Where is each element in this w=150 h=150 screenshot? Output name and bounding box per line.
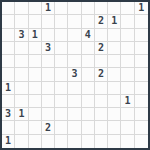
cell-r2c7[interactable] xyxy=(95,29,108,42)
clue-cell-r3c7: 2 xyxy=(95,42,108,55)
cell-r6c10[interactable] xyxy=(135,82,148,95)
cell-r8c2[interactable] xyxy=(29,108,42,121)
cell-r7c10[interactable] xyxy=(135,95,148,108)
cell-r4c1[interactable] xyxy=(15,55,28,68)
cell-r9c10[interactable] xyxy=(135,121,148,134)
cell-r4c3[interactable] xyxy=(42,55,55,68)
clue-cell-r3c3: 3 xyxy=(42,42,55,55)
cell-r3c9[interactable] xyxy=(121,42,134,55)
cell-r5c0[interactable] xyxy=(2,68,15,81)
cell-r6c1[interactable] xyxy=(15,82,28,95)
cell-r0c2[interactable] xyxy=(29,2,42,15)
cell-r4c5[interactable] xyxy=(68,55,81,68)
cell-r9c7[interactable] xyxy=(95,121,108,134)
cell-r0c9[interactable] xyxy=(121,2,134,15)
clue-cell-r1c7: 2 xyxy=(95,15,108,28)
cell-r7c6[interactable] xyxy=(82,95,95,108)
cell-r10c1[interactable] xyxy=(15,135,28,148)
cell-r5c1[interactable] xyxy=(15,68,28,81)
cell-r5c9[interactable] xyxy=(121,68,134,81)
clue-cell-r0c3: 1 xyxy=(42,2,55,15)
cell-r10c2[interactable] xyxy=(29,135,42,148)
cell-r1c9[interactable] xyxy=(121,15,134,28)
cell-r9c1[interactable] xyxy=(15,121,28,134)
clue-cell-r2c2: 1 xyxy=(29,29,42,42)
cell-r7c1[interactable] xyxy=(15,95,28,108)
clue-cell-r1c8: 1 xyxy=(108,15,121,28)
cell-r10c3[interactable] xyxy=(42,135,55,148)
puzzle-board: 11213143232113121 xyxy=(0,0,150,150)
cell-r1c6[interactable] xyxy=(82,15,95,28)
cell-r1c4[interactable] xyxy=(55,15,68,28)
cell-r7c3[interactable] xyxy=(42,95,55,108)
cell-r9c2[interactable] xyxy=(29,121,42,134)
cell-r3c0[interactable] xyxy=(2,42,15,55)
clue-cell-r5c7: 2 xyxy=(95,68,108,81)
cell-r5c3[interactable] xyxy=(42,68,55,81)
cell-r6c9[interactable] xyxy=(121,82,134,95)
cell-r3c1[interactable] xyxy=(15,42,28,55)
cell-r10c4[interactable] xyxy=(55,135,68,148)
cell-r0c7[interactable] xyxy=(95,2,108,15)
cell-r3c6[interactable] xyxy=(82,42,95,55)
cell-r8c3[interactable] xyxy=(42,108,55,121)
cell-r3c5[interactable] xyxy=(68,42,81,55)
clue-cell-r0c10: 1 xyxy=(135,2,148,15)
cell-r4c7[interactable] xyxy=(95,55,108,68)
cell-r7c7[interactable] xyxy=(95,95,108,108)
clue-cell-r7c9: 1 xyxy=(121,95,134,108)
cell-r3c2[interactable] xyxy=(29,42,42,55)
cell-r1c2[interactable] xyxy=(29,15,42,28)
cell-r6c8[interactable] xyxy=(108,82,121,95)
cell-r6c5[interactable] xyxy=(68,82,81,95)
cell-r2c8[interactable] xyxy=(108,29,121,42)
cell-r6c6[interactable] xyxy=(82,82,95,95)
cell-r6c3[interactable] xyxy=(42,82,55,95)
cell-r10c8[interactable] xyxy=(108,135,121,148)
cell-r9c5[interactable] xyxy=(68,121,81,134)
cell-r10c5[interactable] xyxy=(68,135,81,148)
cell-r7c2[interactable] xyxy=(29,95,42,108)
cell-r7c4[interactable] xyxy=(55,95,68,108)
cell-r2c3[interactable] xyxy=(42,29,55,42)
cell-r1c10[interactable] xyxy=(135,15,148,28)
cell-r1c1[interactable] xyxy=(15,15,28,28)
cell-r7c8[interactable] xyxy=(108,95,121,108)
cell-r9c4[interactable] xyxy=(55,121,68,134)
cell-r0c6[interactable] xyxy=(82,2,95,15)
clue-cell-r8c0: 3 xyxy=(2,108,15,121)
cell-r8c8[interactable] xyxy=(108,108,121,121)
clue-cell-r6c0: 1 xyxy=(2,82,15,95)
cell-r9c9[interactable] xyxy=(121,121,134,134)
cell-r10c9[interactable] xyxy=(121,135,134,148)
cell-r8c7[interactable] xyxy=(95,108,108,121)
cell-r0c4[interactable] xyxy=(55,2,68,15)
cell-r2c5[interactable] xyxy=(68,29,81,42)
cell-r8c9[interactable] xyxy=(121,108,134,121)
cell-r8c6[interactable] xyxy=(82,108,95,121)
cell-r4c10[interactable] xyxy=(135,55,148,68)
cell-r6c4[interactable] xyxy=(55,82,68,95)
clue-cell-r8c1: 1 xyxy=(15,108,28,121)
cell-r5c6[interactable] xyxy=(82,68,95,81)
cell-r6c2[interactable] xyxy=(29,82,42,95)
cell-r0c1[interactable] xyxy=(15,2,28,15)
cell-r10c7[interactable] xyxy=(95,135,108,148)
cell-r5c8[interactable] xyxy=(108,68,121,81)
cell-r9c8[interactable] xyxy=(108,121,121,134)
cell-r4c8[interactable] xyxy=(108,55,121,68)
cell-r8c10[interactable] xyxy=(135,108,148,121)
clue-cell-r2c1: 3 xyxy=(15,29,28,42)
cell-r4c4[interactable] xyxy=(55,55,68,68)
cell-r0c5[interactable] xyxy=(68,2,81,15)
cell-r5c4[interactable] xyxy=(55,68,68,81)
cell-r3c10[interactable] xyxy=(135,42,148,55)
cell-r4c0[interactable] xyxy=(2,55,15,68)
cell-r0c8[interactable] xyxy=(108,2,121,15)
clue-cell-r2c6: 4 xyxy=(82,29,95,42)
cell-r1c0[interactable] xyxy=(2,15,15,28)
cell-r9c6[interactable] xyxy=(82,121,95,134)
cell-r5c2[interactable] xyxy=(29,68,42,81)
cell-r5c10[interactable] xyxy=(135,68,148,81)
clue-cell-r5c5: 3 xyxy=(68,68,81,81)
cell-r0c0[interactable] xyxy=(2,2,15,15)
cell-r7c5[interactable] xyxy=(68,95,81,108)
cell-r4c9[interactable] xyxy=(121,55,134,68)
cell-r1c5[interactable] xyxy=(68,15,81,28)
cell-r4c2[interactable] xyxy=(29,55,42,68)
cell-r2c4[interactable] xyxy=(55,29,68,42)
cell-r3c4[interactable] xyxy=(55,42,68,55)
cell-r2c10[interactable] xyxy=(135,29,148,42)
cell-r8c4[interactable] xyxy=(55,108,68,121)
cell-r4c6[interactable] xyxy=(82,55,95,68)
cell-r2c9[interactable] xyxy=(121,29,134,42)
cell-r10c10[interactable] xyxy=(135,135,148,148)
cell-r10c6[interactable] xyxy=(82,135,95,148)
cell-r8c5[interactable] xyxy=(68,108,81,121)
cell-r3c8[interactable] xyxy=(108,42,121,55)
cell-r2c0[interactable] xyxy=(2,29,15,42)
cell-r9c0[interactable] xyxy=(2,121,15,134)
cell-r7c0[interactable] xyxy=(2,95,15,108)
clue-cell-r9c3: 2 xyxy=(42,121,55,134)
cell-r6c7[interactable] xyxy=(95,82,108,95)
cell-r1c3[interactable] xyxy=(42,15,55,28)
clue-cell-r10c0: 1 xyxy=(2,135,15,148)
